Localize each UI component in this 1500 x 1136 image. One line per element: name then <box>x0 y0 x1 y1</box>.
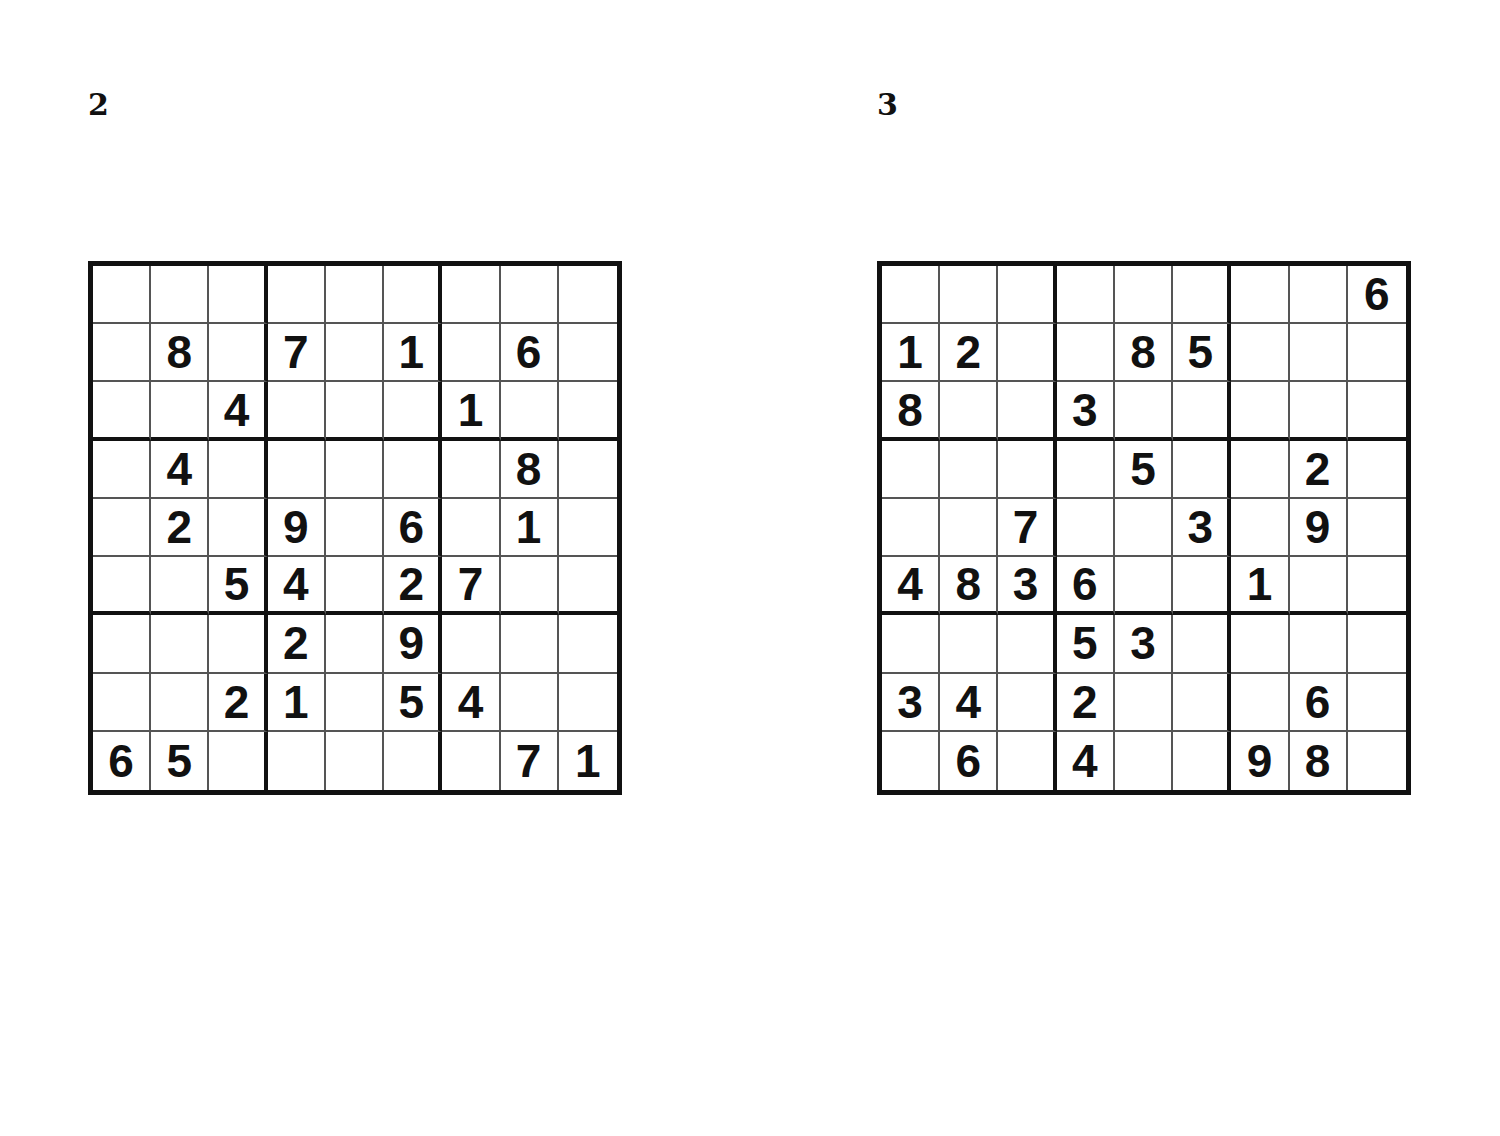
cell-r5c2 <box>940 499 998 557</box>
cell-r8c2 <box>151 674 209 732</box>
cell-r7c8 <box>1290 615 1348 673</box>
cell-r5c1 <box>93 499 151 557</box>
cell-r7c5: 3 <box>1115 615 1173 673</box>
puzzle-number-right: 3 <box>877 90 898 120</box>
cell-r4c5 <box>326 441 384 499</box>
cell-r5c6: 3 <box>1173 499 1231 557</box>
cell-r6c5 <box>326 557 384 615</box>
cell-r9c6 <box>1173 732 1231 790</box>
cell-r7c9 <box>1348 615 1406 673</box>
cell-r6c3: 5 <box>209 557 267 615</box>
cell-r4c1 <box>882 441 940 499</box>
cell-r3c3 <box>998 382 1056 440</box>
cell-r7c2 <box>940 615 998 673</box>
cell-r1c9 <box>559 266 617 324</box>
cell-r5c4 <box>1057 499 1115 557</box>
cell-r4c1 <box>93 441 151 499</box>
cell-r3c5 <box>326 382 384 440</box>
cell-r6c9 <box>1348 557 1406 615</box>
cell-r4c5: 5 <box>1115 441 1173 499</box>
cell-r6c4: 6 <box>1057 557 1115 615</box>
cell-r3c7 <box>1231 382 1289 440</box>
cell-r5c4: 9 <box>268 499 326 557</box>
cell-r9c4 <box>268 732 326 790</box>
cell-r4c7 <box>1231 441 1289 499</box>
cell-r8c1 <box>93 674 151 732</box>
cell-r2c3 <box>998 324 1056 382</box>
cell-r3c5 <box>1115 382 1173 440</box>
cell-r7c6: 9 <box>384 615 442 673</box>
cell-r9c3 <box>998 732 1056 790</box>
cell-r4c3 <box>998 441 1056 499</box>
cell-r6c4: 4 <box>268 557 326 615</box>
cell-r5c8: 1 <box>501 499 559 557</box>
cell-r9c9 <box>1348 732 1406 790</box>
cell-r5c9 <box>1348 499 1406 557</box>
cell-r2c6: 1 <box>384 324 442 382</box>
cell-r1c9: 6 <box>1348 266 1406 324</box>
puzzle-number-left: 2 <box>88 90 109 120</box>
cell-r8c6: 5 <box>384 674 442 732</box>
cell-r7c4: 2 <box>268 615 326 673</box>
cell-r2c2: 8 <box>151 324 209 382</box>
cell-r6c1 <box>93 557 151 615</box>
cell-r3c1: 8 <box>882 382 940 440</box>
cell-r5c6: 6 <box>384 499 442 557</box>
cell-r8c7 <box>1231 674 1289 732</box>
cell-r3c9 <box>559 382 617 440</box>
cell-r1c7 <box>442 266 500 324</box>
cell-r8c2: 4 <box>940 674 998 732</box>
cell-r3c3: 4 <box>209 382 267 440</box>
cell-r8c3: 2 <box>209 674 267 732</box>
cell-r5c5 <box>1115 499 1173 557</box>
cell-r8c5 <box>1115 674 1173 732</box>
cell-r1c4 <box>268 266 326 324</box>
cell-r3c4 <box>268 382 326 440</box>
cell-r6c2: 8 <box>940 557 998 615</box>
cell-r1c6 <box>1173 266 1231 324</box>
cell-r2c1 <box>93 324 151 382</box>
cell-r5c7 <box>1231 499 1289 557</box>
cell-r1c8 <box>1290 266 1348 324</box>
cell-r4c9 <box>1348 441 1406 499</box>
cell-r2c8 <box>1290 324 1348 382</box>
cell-r2c4 <box>1057 324 1115 382</box>
cell-r4c6 <box>384 441 442 499</box>
cell-r3c4: 3 <box>1057 382 1115 440</box>
cell-r1c2 <box>151 266 209 324</box>
cell-r8c9 <box>1348 674 1406 732</box>
cell-r7c2 <box>151 615 209 673</box>
cell-r3c2 <box>151 382 209 440</box>
cell-r9c7 <box>442 732 500 790</box>
cell-r5c1 <box>882 499 940 557</box>
cell-r5c3 <box>209 499 267 557</box>
cell-r9c3 <box>209 732 267 790</box>
cell-r8c8 <box>501 674 559 732</box>
cell-r6c3: 3 <box>998 557 1056 615</box>
cell-r8c4: 1 <box>268 674 326 732</box>
cell-r3c8 <box>1290 382 1348 440</box>
cell-r1c2 <box>940 266 998 324</box>
cell-r7c5 <box>326 615 384 673</box>
sudoku-board-3: 612858352739483615334266498 <box>877 261 1411 795</box>
cell-r3c2 <box>940 382 998 440</box>
cell-r9c8: 7 <box>501 732 559 790</box>
cell-r4c8: 8 <box>501 441 559 499</box>
cell-r7c1 <box>882 615 940 673</box>
cell-r3c7: 1 <box>442 382 500 440</box>
cell-r6c9 <box>559 557 617 615</box>
cell-r3c1 <box>93 382 151 440</box>
cell-r7c4: 5 <box>1057 615 1115 673</box>
cell-r8c1: 3 <box>882 674 940 732</box>
cell-r8c3 <box>998 674 1056 732</box>
cell-r1c1 <box>93 266 151 324</box>
cell-r5c5 <box>326 499 384 557</box>
cell-r6c6: 2 <box>384 557 442 615</box>
cell-r6c8 <box>1290 557 1348 615</box>
cell-r4c6 <box>1173 441 1231 499</box>
cell-r4c4 <box>268 441 326 499</box>
cell-r6c1: 4 <box>882 557 940 615</box>
cell-r8c8: 6 <box>1290 674 1348 732</box>
cell-r1c5 <box>1115 266 1173 324</box>
cell-r3c8 <box>501 382 559 440</box>
cell-r7c8 <box>501 615 559 673</box>
cell-r2c7 <box>442 324 500 382</box>
cell-r4c4 <box>1057 441 1115 499</box>
cell-r9c8: 8 <box>1290 732 1348 790</box>
cell-r6c8 <box>501 557 559 615</box>
cell-r7c1 <box>93 615 151 673</box>
cell-r5c2: 2 <box>151 499 209 557</box>
cell-r2c3 <box>209 324 267 382</box>
cell-r8c7: 4 <box>442 674 500 732</box>
cell-r4c9 <box>559 441 617 499</box>
cell-r1c6 <box>384 266 442 324</box>
cell-r1c7 <box>1231 266 1289 324</box>
cell-r2c4: 7 <box>268 324 326 382</box>
cell-r6c5 <box>1115 557 1173 615</box>
cell-r9c2: 6 <box>940 732 998 790</box>
cell-r9c7: 9 <box>1231 732 1289 790</box>
cell-r4c3 <box>209 441 267 499</box>
cell-r2c9 <box>559 324 617 382</box>
cell-r8c5 <box>326 674 384 732</box>
cell-r6c6 <box>1173 557 1231 615</box>
cell-r2c5: 8 <box>1115 324 1173 382</box>
cell-r2c7 <box>1231 324 1289 382</box>
cell-r6c2 <box>151 557 209 615</box>
cell-r2c1: 1 <box>882 324 940 382</box>
cell-r9c4: 4 <box>1057 732 1115 790</box>
cell-r4c2 <box>940 441 998 499</box>
cell-r8c6 <box>1173 674 1231 732</box>
cell-r7c6 <box>1173 615 1231 673</box>
cell-r7c3 <box>209 615 267 673</box>
cell-r1c8 <box>501 266 559 324</box>
cell-r8c4: 2 <box>1057 674 1115 732</box>
cell-r2c8: 6 <box>501 324 559 382</box>
cell-r5c8: 9 <box>1290 499 1348 557</box>
cell-r2c2: 2 <box>940 324 998 382</box>
cell-r1c3 <box>998 266 1056 324</box>
cell-r1c4 <box>1057 266 1115 324</box>
cell-r6c7: 7 <box>442 557 500 615</box>
cell-r1c1 <box>882 266 940 324</box>
cell-r9c1 <box>882 732 940 790</box>
cell-r2c6: 5 <box>1173 324 1231 382</box>
cell-r7c3 <box>998 615 1056 673</box>
cell-r2c5 <box>326 324 384 382</box>
sudoku-board-2: 87164148296154272921546571 <box>88 261 622 795</box>
cell-r3c6 <box>1173 382 1231 440</box>
cell-r3c9 <box>1348 382 1406 440</box>
cell-r5c7 <box>442 499 500 557</box>
cell-r3c6 <box>384 382 442 440</box>
cell-r4c2: 4 <box>151 441 209 499</box>
cell-r9c5 <box>326 732 384 790</box>
cell-r1c3 <box>209 266 267 324</box>
cell-r8c9 <box>559 674 617 732</box>
cell-r6c7: 1 <box>1231 557 1289 615</box>
cell-r7c7 <box>442 615 500 673</box>
cell-r7c7 <box>1231 615 1289 673</box>
cell-r4c8: 2 <box>1290 441 1348 499</box>
cell-r2c9 <box>1348 324 1406 382</box>
cell-r4c7 <box>442 441 500 499</box>
cell-r9c6 <box>384 732 442 790</box>
cell-r9c9: 1 <box>559 732 617 790</box>
page: 2 3 87164148296154272921546571 612858352… <box>0 0 1500 1136</box>
cell-r7c9 <box>559 615 617 673</box>
cell-r9c5 <box>1115 732 1173 790</box>
cell-r9c1: 6 <box>93 732 151 790</box>
cell-r1c5 <box>326 266 384 324</box>
cell-r5c3: 7 <box>998 499 1056 557</box>
cell-r9c2: 5 <box>151 732 209 790</box>
cell-r5c9 <box>559 499 617 557</box>
